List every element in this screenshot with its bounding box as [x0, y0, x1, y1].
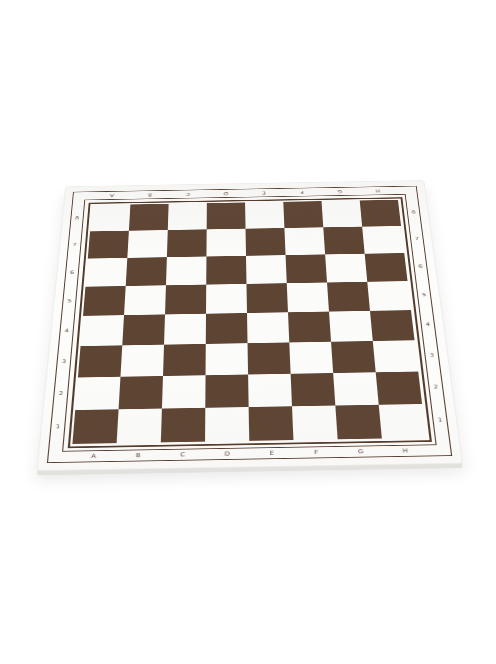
- square-c5[interactable]: [165, 285, 206, 315]
- square-h6[interactable]: [365, 253, 408, 282]
- file-label-g: G: [338, 447, 383, 457]
- board-squares: [72, 200, 426, 444]
- square-g8[interactable]: [322, 200, 363, 227]
- square-d5[interactable]: [206, 284, 247, 314]
- rank-label-right-2: 2: [428, 371, 444, 404]
- rank-label-right-5: 5: [417, 281, 432, 310]
- square-b1[interactable]: [117, 409, 162, 444]
- file-label-e: E: [249, 449, 294, 459]
- square-f2[interactable]: [291, 373, 336, 406]
- square-d1[interactable]: [205, 407, 249, 442]
- square-e7[interactable]: [246, 228, 286, 256]
- square-d4[interactable]: [206, 313, 248, 344]
- square-b7[interactable]: [127, 230, 167, 258]
- chess-board: ABCDEFGH ABCDEFGH 87654321 87654321: [49, 115, 446, 512]
- square-f7[interactable]: [284, 227, 325, 255]
- square-e2[interactable]: [248, 374, 292, 407]
- square-b4[interactable]: [122, 314, 165, 345]
- file-label-b: B: [116, 451, 161, 461]
- file-labels-bottom: ABCDEFGH: [71, 446, 428, 462]
- square-a2[interactable]: [75, 377, 120, 410]
- square-e3[interactable]: [248, 342, 291, 374]
- rank-label-5: 5: [63, 287, 77, 316]
- square-c2[interactable]: [162, 375, 206, 408]
- square-a7[interactable]: [88, 231, 129, 259]
- square-f6[interactable]: [286, 254, 327, 283]
- rank-label-4: 4: [60, 316, 74, 346]
- square-h4[interactable]: [370, 310, 415, 341]
- rank-label-6: 6: [65, 259, 78, 287]
- rank-label-right-4: 4: [420, 310, 435, 340]
- square-d2[interactable]: [205, 375, 248, 408]
- square-f5[interactable]: [287, 282, 329, 312]
- rank-label-right-8: 8: [407, 199, 421, 225]
- square-d3[interactable]: [206, 343, 249, 375]
- square-h7[interactable]: [362, 226, 404, 254]
- file-label-d: D: [205, 449, 250, 459]
- square-c3[interactable]: [163, 344, 206, 376]
- square-b5[interactable]: [124, 285, 166, 315]
- file-label-top-g: G: [321, 187, 360, 194]
- square-f1[interactable]: [292, 406, 338, 441]
- rank-label-right-6: 6: [413, 253, 427, 281]
- file-label-top-c: C: [169, 190, 207, 197]
- square-b2[interactable]: [119, 376, 163, 409]
- square-d6[interactable]: [206, 256, 246, 285]
- square-e6[interactable]: [246, 255, 287, 284]
- file-label-top-f: F: [283, 188, 321, 195]
- square-a1[interactable]: [72, 409, 118, 444]
- square-h1[interactable]: [379, 404, 426, 439]
- square-h2[interactable]: [376, 372, 422, 405]
- square-b6[interactable]: [126, 257, 167, 286]
- square-d8[interactable]: [207, 202, 246, 229]
- square-b8[interactable]: [129, 204, 169, 231]
- square-f8[interactable]: [283, 201, 323, 228]
- file-label-top-e: E: [245, 189, 283, 196]
- square-a6[interactable]: [85, 258, 127, 287]
- file-label-a: A: [71, 452, 116, 462]
- rank-label-3: 3: [57, 346, 71, 378]
- rank-label-7: 7: [68, 232, 81, 259]
- square-f3[interactable]: [289, 342, 333, 374]
- file-label-top-b: B: [131, 191, 169, 198]
- square-e4[interactable]: [247, 312, 289, 343]
- square-d7[interactable]: [206, 229, 246, 257]
- square-c1[interactable]: [161, 408, 205, 443]
- square-c4[interactable]: [164, 314, 206, 345]
- rank-label-8: 8: [71, 205, 84, 231]
- file-label-top-h: H: [359, 187, 398, 194]
- square-c7[interactable]: [167, 229, 207, 257]
- square-g4[interactable]: [329, 311, 373, 342]
- square-a4[interactable]: [81, 315, 124, 346]
- file-label-top-a: A: [93, 191, 131, 198]
- rank-label-right-3: 3: [424, 340, 439, 371]
- rank-label-right-1: 1: [432, 404, 448, 438]
- file-label-h: H: [383, 446, 429, 456]
- rank-label-right-7: 7: [410, 226, 424, 253]
- square-g2[interactable]: [333, 372, 379, 405]
- square-e1[interactable]: [249, 406, 294, 441]
- square-g7[interactable]: [323, 227, 364, 255]
- square-c8[interactable]: [168, 203, 207, 230]
- square-h8[interactable]: [360, 200, 401, 227]
- square-g5[interactable]: [327, 282, 370, 312]
- square-b3[interactable]: [120, 345, 164, 377]
- square-g3[interactable]: [331, 341, 376, 373]
- square-f4[interactable]: [288, 312, 331, 343]
- file-label-f: F: [294, 448, 339, 458]
- file-label-c: C: [160, 450, 205, 460]
- file-labels-top: ABCDEFGH: [93, 187, 397, 199]
- square-e5[interactable]: [246, 283, 288, 313]
- square-e8[interactable]: [245, 202, 284, 229]
- rank-label-2: 2: [54, 378, 69, 411]
- square-h5[interactable]: [367, 281, 411, 311]
- square-a5[interactable]: [83, 286, 126, 316]
- square-g1[interactable]: [335, 405, 381, 440]
- product-photo: ABCDEFGH ABCDEFGH 87654321 87654321: [0, 0, 496, 664]
- square-a8[interactable]: [90, 204, 130, 231]
- square-a3[interactable]: [78, 345, 122, 377]
- board-mat: ABCDEFGH ABCDEFGH 87654321 87654321: [36, 180, 463, 471]
- square-g6[interactable]: [325, 254, 367, 283]
- square-c6[interactable]: [166, 256, 206, 285]
- rank-label-1: 1: [50, 410, 65, 444]
- file-label-top-d: D: [207, 189, 245, 196]
- square-h3[interactable]: [373, 340, 418, 372]
